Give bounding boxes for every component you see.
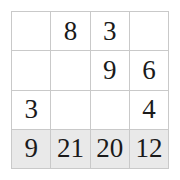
cell-r3c2[interactable] [51, 91, 90, 130]
cell-r3c4: 4 [130, 91, 169, 130]
cell-r3c3[interactable] [91, 91, 130, 130]
cell-r2c4: 6 [130, 51, 169, 90]
cell-r2c1[interactable] [12, 51, 51, 90]
sum-cell-c1: 9 [12, 130, 51, 169]
puzzle-grid: 8 3 9 6 3 4 9 21 20 12 [11, 11, 169, 169]
sum-cell-c4: 12 [130, 130, 169, 169]
cell-r1c3: 3 [91, 12, 130, 51]
cell-r3c1: 3 [12, 91, 51, 130]
cell-r1c1[interactable] [12, 12, 51, 51]
cell-r1c4[interactable] [130, 12, 169, 51]
sum-cell-c3: 20 [91, 130, 130, 169]
cell-r1c2: 8 [51, 12, 90, 51]
sum-cell-c2: 21 [51, 130, 90, 169]
cell-r2c3: 9 [91, 51, 130, 90]
cell-r2c2[interactable] [51, 51, 90, 90]
